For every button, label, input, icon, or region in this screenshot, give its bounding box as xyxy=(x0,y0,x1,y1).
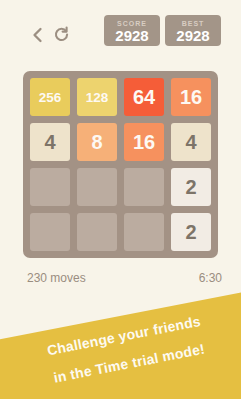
restart-icon xyxy=(53,26,70,43)
tile-16: 16 xyxy=(124,123,164,161)
tile-64: 64 xyxy=(124,78,164,116)
tile-256: 256 xyxy=(30,78,70,116)
promo-banner[interactable]: Challenge your friends in the Time trial… xyxy=(0,285,241,399)
tile-8: 8 xyxy=(77,123,117,161)
empty-cell xyxy=(124,168,164,206)
empty-cell xyxy=(30,168,70,206)
tile-2: 2 xyxy=(171,213,211,251)
score-value: 2928 xyxy=(115,28,148,44)
2048-app: SCORE 2928 BEST 2928 25612864164816422 2… xyxy=(0,0,241,399)
timer: 6:30 xyxy=(199,271,222,285)
board[interactable]: 25612864164816422 xyxy=(23,71,218,258)
empty-cell xyxy=(77,213,117,251)
moves-counter: 230 moves xyxy=(27,271,86,285)
restart-button[interactable] xyxy=(53,26,70,43)
best-value: 2928 xyxy=(176,28,209,44)
tile-4: 4 xyxy=(30,123,70,161)
empty-cell xyxy=(30,213,70,251)
back-button[interactable] xyxy=(32,27,43,43)
best-badge: BEST 2928 xyxy=(165,15,221,46)
tile-128: 128 xyxy=(77,78,117,116)
empty-cell xyxy=(124,213,164,251)
chevron-left-icon xyxy=(32,27,43,43)
score-panel: SCORE 2928 BEST 2928 xyxy=(104,15,221,46)
tile-2: 2 xyxy=(171,168,211,206)
stats-row: 230 moves 6:30 xyxy=(27,271,222,285)
tile-16: 16 xyxy=(171,78,211,116)
empty-cell xyxy=(77,168,117,206)
tile-4: 4 xyxy=(171,123,211,161)
score-badge: SCORE 2928 xyxy=(104,15,160,46)
